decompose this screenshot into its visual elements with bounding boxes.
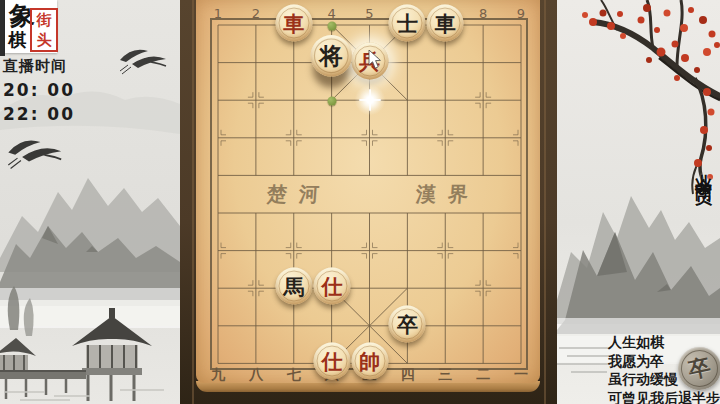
- legal-move-dot[interactable]: [327, 22, 336, 31]
- piece-char: 士: [397, 13, 418, 34]
- piece-char: 馬: [283, 276, 304, 297]
- left-painting-panel: 象 棋 街 头 直播时间 20: 00 22: 00: [0, 0, 180, 404]
- piece-char: 車: [435, 13, 456, 34]
- xiangqi-board[interactable]: 楚河 漢界 123456789九八七六五四三二一 車士車将兵馬仕卒仕帥: [196, 0, 540, 383]
- poem-line: 人生如棋: [608, 333, 720, 352]
- piece-red-仕[interactable]: 仕: [313, 343, 350, 380]
- seal-char-tou: 头: [37, 33, 52, 48]
- poem-line: 我愿为卒: [608, 352, 720, 371]
- file-label-top: 4: [327, 6, 335, 21]
- schedule-title: 直播时间: [3, 57, 75, 76]
- file-label-top: 2: [252, 6, 260, 21]
- logo-char-qi: 棋: [8, 31, 26, 49]
- sparkle-effect: [355, 85, 385, 115]
- poem-line: 虽行动缓慢: [608, 370, 720, 389]
- piece-red-帥[interactable]: 帥: [351, 343, 388, 380]
- file-label-bottom: 二: [476, 366, 490, 384]
- file-label-bottom: 八: [249, 366, 263, 384]
- file-label-top: 9: [517, 6, 525, 21]
- file-label-bottom: 七: [287, 366, 301, 384]
- channel-logo: 象 棋 街 头: [5, 0, 57, 53]
- piece-char: 仕: [321, 276, 342, 297]
- schedule-time-start: 20: 00: [3, 80, 75, 100]
- piece-black-士[interactable]: 士: [389, 5, 426, 42]
- right-painting-panel: 业余守門员 卒 人生如棋 我愿为卒 虽行动缓慢 可曾见我后退半步: [557, 0, 720, 404]
- piece-char: 卒: [397, 313, 418, 334]
- file-label-top: 5: [365, 6, 373, 21]
- file-label-bottom: 四: [400, 366, 414, 384]
- file-label-bottom: 九: [211, 366, 225, 384]
- streamer-name: 业余守門员: [693, 160, 716, 180]
- river-label-han-jie: 漢界: [403, 181, 481, 208]
- piece-char: 仕: [321, 351, 342, 372]
- river-label-chu-he: 楚河: [254, 181, 332, 208]
- piece-black-卒[interactable]: 卒: [389, 305, 426, 342]
- crane-icon: [120, 50, 166, 74]
- piece-char: 帥: [359, 351, 380, 372]
- frame-highlight-right: [544, 0, 546, 404]
- seal-char-jie: 街: [37, 13, 52, 28]
- signature-poem: 人生如棋 我愿为卒 虽行动缓慢 可曾见我后退半步: [608, 333, 720, 404]
- file-label-top: 1: [214, 6, 222, 21]
- broadcast-schedule: 直播时间 20: 00 22: 00: [3, 57, 75, 124]
- xiangqi-board-section: 楚河 漢界 123456789九八七六五四三二一 車士車将兵馬仕卒仕帥: [180, 0, 557, 404]
- piece-black-馬[interactable]: 馬: [275, 268, 312, 305]
- piece-red-車[interactable]: 車: [275, 5, 312, 42]
- frame-highlight-left: [192, 0, 194, 404]
- piece-char: 将: [319, 44, 343, 68]
- piece-char: 車: [283, 13, 304, 34]
- schedule-time-end: 22: 00: [3, 104, 75, 124]
- file-label-bottom: 三: [438, 366, 452, 384]
- stream-screenshot: 象 棋 街 头 直播时间 20: 00 22: 00 楚河 漢界 1234567…: [0, 0, 720, 404]
- poem-line: 可曾见我后退半步: [608, 389, 720, 404]
- piece-black-車[interactable]: 車: [427, 5, 464, 42]
- legal-move-dot[interactable]: [327, 97, 336, 106]
- piece-black-将[interactable]: 将: [310, 35, 351, 76]
- file-label-top: 8: [479, 6, 487, 21]
- piece-red-仕[interactable]: 仕: [313, 268, 350, 305]
- file-label-bottom: 一: [514, 366, 528, 384]
- crane-icon: [8, 141, 61, 169]
- logo-red-seal: 街 头: [30, 8, 58, 52]
